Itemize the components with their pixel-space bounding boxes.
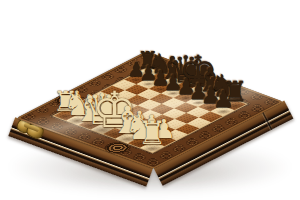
chess-box-photo: ♜♞♝♛♚♝♞♜♟♟♟♟♟♟♟♟♟♟♟♟♟♟♟♟♜♞♝♛♚♝♞♜ bbox=[0, 0, 300, 200]
hinge-seam-icon bbox=[261, 111, 273, 130]
box-assembly: ♜♞♝♛♚♝♞♜♟♟♟♟♟♟♟♟♟♟♟♟♟♟♟♟♜♞♝♛♚♝♞♜ bbox=[0, 0, 300, 200]
